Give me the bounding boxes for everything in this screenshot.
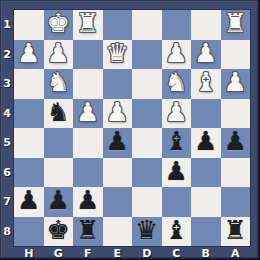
rank-label-7: 7 bbox=[0, 187, 14, 217]
rank-label-2: 2 bbox=[0, 40, 14, 70]
square-a7[interactable] bbox=[221, 187, 251, 217]
square-c1[interactable] bbox=[162, 10, 192, 40]
file-label-c: C bbox=[162, 246, 192, 260]
square-d6[interactable] bbox=[132, 158, 162, 188]
black-queen-d8: ♛ bbox=[135, 217, 158, 245]
square-d2[interactable] bbox=[132, 40, 162, 70]
square-a4[interactable] bbox=[221, 99, 251, 129]
black-pawn-f7: ♟ bbox=[76, 187, 99, 215]
white-pawn-f4: ♟ bbox=[76, 99, 99, 127]
file-label-a: A bbox=[221, 246, 251, 260]
white-rook-a1: ♜ bbox=[224, 10, 247, 38]
square-b6[interactable] bbox=[191, 158, 221, 188]
square-c3[interactable]: ♞ bbox=[162, 69, 192, 99]
square-e4[interactable]: ♟ bbox=[103, 99, 133, 129]
black-pawn-b5: ♟ bbox=[194, 128, 217, 156]
file-label-h: H bbox=[14, 246, 44, 260]
rank-label-1: 1 bbox=[0, 10, 14, 40]
white-rook-f1: ♜ bbox=[76, 10, 99, 38]
rank-labels: 12345678 bbox=[0, 10, 14, 246]
white-pawn-c4: ♟ bbox=[165, 99, 188, 127]
square-d4[interactable] bbox=[132, 99, 162, 129]
square-h4[interactable] bbox=[14, 99, 44, 129]
square-a5[interactable]: ♟ bbox=[221, 128, 251, 158]
square-a8[interactable]: ♜ bbox=[221, 217, 251, 247]
square-e1[interactable] bbox=[103, 10, 133, 40]
square-g5[interactable] bbox=[44, 128, 74, 158]
square-f3[interactable] bbox=[73, 69, 103, 99]
square-d5[interactable] bbox=[132, 128, 162, 158]
square-b4[interactable] bbox=[191, 99, 221, 129]
square-h6[interactable] bbox=[14, 158, 44, 188]
square-b2[interactable]: ♟ bbox=[191, 40, 221, 70]
white-queen-e2: ♛ bbox=[106, 40, 129, 68]
black-bishop-c8: ♝ bbox=[165, 217, 188, 245]
square-f2[interactable] bbox=[73, 40, 103, 70]
rank-label-5: 5 bbox=[0, 128, 14, 158]
square-d7[interactable] bbox=[132, 187, 162, 217]
white-pawn-c2: ♟ bbox=[165, 40, 188, 68]
file-label-d: D bbox=[132, 246, 162, 260]
square-e8[interactable] bbox=[103, 217, 133, 247]
square-b5[interactable]: ♟ bbox=[191, 128, 221, 158]
square-f8[interactable]: ♜ bbox=[73, 217, 103, 247]
white-knight-g3: ♞ bbox=[47, 69, 70, 97]
square-g2[interactable]: ♟ bbox=[44, 40, 74, 70]
square-g4[interactable]: ♞ bbox=[44, 99, 74, 129]
white-pawn-b2: ♟ bbox=[194, 40, 217, 68]
square-b3[interactable]: ♝ bbox=[191, 69, 221, 99]
file-label-e: E bbox=[103, 246, 133, 260]
square-c8[interactable]: ♝ bbox=[162, 217, 192, 247]
rank-label-3: 3 bbox=[0, 69, 14, 99]
board-frame: 12345678 ♚♜♜♟♟♛♟♟♞♞♝♟♞♟♟♟♟♝♟♟♟♟♟♟♚♜♛♝♜ H… bbox=[0, 0, 260, 260]
file-label-b: B bbox=[191, 246, 221, 260]
rank-label-4: 4 bbox=[0, 99, 14, 129]
square-b7[interactable] bbox=[191, 187, 221, 217]
black-pawn-g7: ♟ bbox=[47, 187, 70, 215]
white-bishop-b3: ♝ bbox=[194, 69, 217, 97]
square-e6[interactable] bbox=[103, 158, 133, 188]
white-king-g1: ♚ bbox=[47, 10, 70, 38]
square-f5[interactable] bbox=[73, 128, 103, 158]
square-g1[interactable]: ♚ bbox=[44, 10, 74, 40]
square-g3[interactable]: ♞ bbox=[44, 69, 74, 99]
square-e7[interactable] bbox=[103, 187, 133, 217]
white-knight-c3: ♞ bbox=[165, 69, 188, 97]
rank-label-6: 6 bbox=[0, 158, 14, 188]
square-b1[interactable] bbox=[191, 10, 221, 40]
square-h5[interactable] bbox=[14, 128, 44, 158]
square-h7[interactable]: ♟ bbox=[14, 187, 44, 217]
chess-board: ♚♜♜♟♟♛♟♟♞♞♝♟♞♟♟♟♟♝♟♟♟♟♟♟♚♜♛♝♜ bbox=[14, 10, 250, 246]
square-c7[interactable] bbox=[162, 187, 192, 217]
square-a1[interactable]: ♜ bbox=[221, 10, 251, 40]
black-knight-g4: ♞ bbox=[47, 99, 70, 127]
square-e5[interactable]: ♟ bbox=[103, 128, 133, 158]
square-c5[interactable]: ♝ bbox=[162, 128, 192, 158]
black-king-g8: ♚ bbox=[47, 217, 70, 245]
square-d3[interactable] bbox=[132, 69, 162, 99]
file-label-g: G bbox=[44, 246, 74, 260]
square-a2[interactable] bbox=[221, 40, 251, 70]
rank-label-8: 8 bbox=[0, 217, 14, 247]
white-pawn-e4: ♟ bbox=[106, 99, 129, 127]
square-a6[interactable] bbox=[221, 158, 251, 188]
square-f6[interactable] bbox=[73, 158, 103, 188]
square-c4[interactable]: ♟ bbox=[162, 99, 192, 129]
square-f7[interactable]: ♟ bbox=[73, 187, 103, 217]
square-e2[interactable]: ♛ bbox=[103, 40, 133, 70]
black-pawn-c6: ♟ bbox=[165, 158, 188, 186]
black-pawn-a5: ♟ bbox=[224, 128, 247, 156]
file-label-f: F bbox=[73, 246, 103, 260]
black-bishop-c5: ♝ bbox=[165, 128, 188, 156]
square-a3[interactable]: ♟ bbox=[221, 69, 251, 99]
white-pawn-h2: ♟ bbox=[17, 40, 40, 68]
square-e3[interactable] bbox=[103, 69, 133, 99]
square-f1[interactable]: ♜ bbox=[73, 10, 103, 40]
white-pawn-a3: ♟ bbox=[224, 69, 247, 97]
square-h2[interactable]: ♟ bbox=[14, 40, 44, 70]
square-h8[interactable] bbox=[14, 217, 44, 247]
black-pawn-h7: ♟ bbox=[17, 187, 40, 215]
square-g7[interactable]: ♟ bbox=[44, 187, 74, 217]
black-pawn-e5: ♟ bbox=[106, 128, 129, 156]
square-c2[interactable]: ♟ bbox=[162, 40, 192, 70]
white-pawn-g2: ♟ bbox=[47, 40, 70, 68]
square-d1[interactable] bbox=[132, 10, 162, 40]
square-h1[interactable] bbox=[14, 10, 44, 40]
square-f4[interactable]: ♟ bbox=[73, 99, 103, 129]
file-labels: HGFEDCBA bbox=[14, 246, 250, 260]
square-d8[interactable]: ♛ bbox=[132, 217, 162, 247]
square-g8[interactable]: ♚ bbox=[44, 217, 74, 247]
black-rook-a8: ♜ bbox=[224, 217, 247, 245]
square-g6[interactable] bbox=[44, 158, 74, 188]
square-c6[interactable]: ♟ bbox=[162, 158, 192, 188]
square-h3[interactable] bbox=[14, 69, 44, 99]
black-rook-f8: ♜ bbox=[76, 217, 99, 245]
square-b8[interactable] bbox=[191, 217, 221, 247]
